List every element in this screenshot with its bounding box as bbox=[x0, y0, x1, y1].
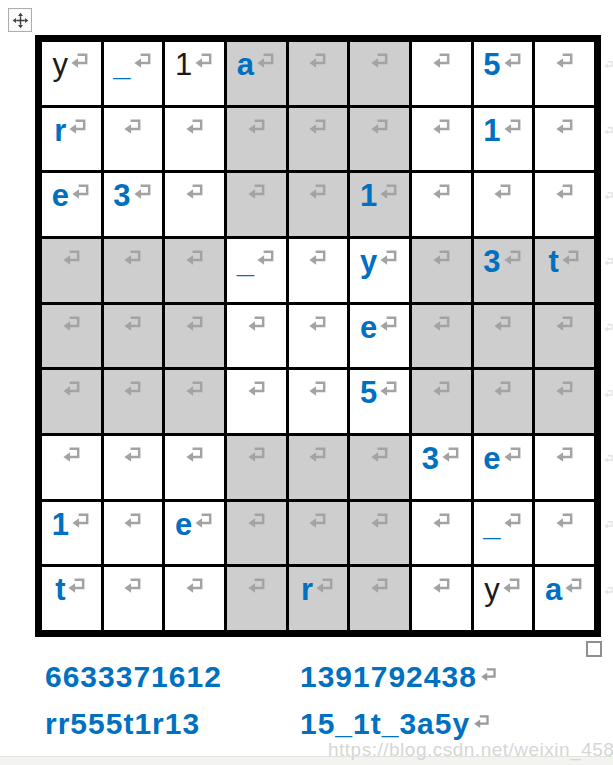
grid-cell-r1c5[interactable] bbox=[289, 42, 348, 105]
grid-cell-r1c8[interactable]: 5 bbox=[474, 42, 533, 105]
grid-cell-r3c7[interactable] bbox=[412, 173, 471, 236]
return-mark-icon bbox=[61, 248, 82, 268]
end-of-row-mark-icon bbox=[603, 126, 613, 136]
end-of-row-mark-icon bbox=[603, 323, 613, 333]
end-of-row-mark-icon bbox=[603, 191, 613, 201]
grid-cell-r6c8[interactable] bbox=[474, 370, 533, 433]
cell-char: _ bbox=[483, 508, 500, 542]
clue-lines: 6633371612 1391792438 rr555t1r13 15_1t_3… bbox=[45, 660, 498, 754]
return-mark-icon bbox=[246, 379, 267, 399]
clue-line-2: rr555t1r13 15_1t_3a5y bbox=[45, 707, 498, 754]
grid-cell-r6c5[interactable] bbox=[289, 370, 348, 433]
table-move-handle[interactable] bbox=[8, 8, 32, 32]
grid-cell-r6c4[interactable] bbox=[227, 370, 286, 433]
return-mark-icon bbox=[502, 248, 523, 268]
return-mark-icon bbox=[246, 445, 267, 465]
return-mark-icon bbox=[554, 51, 575, 71]
return-mark-icon bbox=[560, 248, 581, 268]
grid-cell-r2c4[interactable] bbox=[227, 108, 286, 171]
sudoku-board: y_1a5r1e31_y3te53e1e_trya bbox=[35, 35, 601, 637]
grid-cell-r2c5[interactable] bbox=[289, 108, 348, 171]
cell-char: e bbox=[483, 442, 500, 476]
cell-char: _ bbox=[113, 48, 130, 82]
grid-cell-r4c6[interactable]: y bbox=[350, 239, 409, 302]
grid-cell-r3c9[interactable] bbox=[535, 173, 594, 236]
return-mark-icon bbox=[502, 117, 523, 137]
return-mark-icon bbox=[492, 379, 513, 399]
grid-cell-r7c6[interactable] bbox=[350, 436, 409, 499]
cell-char: 1 bbox=[360, 179, 377, 213]
cell-char: 3 bbox=[113, 179, 130, 213]
return-mark-icon bbox=[307, 445, 328, 465]
return-mark-icon bbox=[255, 51, 276, 71]
grid-cell-r5c9[interactable] bbox=[535, 305, 594, 368]
return-mark-icon bbox=[70, 182, 91, 202]
grid-cell-r1c4[interactable]: a bbox=[227, 42, 286, 105]
return-mark-icon bbox=[307, 379, 328, 399]
end-of-row-mark-icon bbox=[603, 389, 613, 399]
cell-char: a bbox=[545, 573, 562, 607]
return-mark-icon bbox=[492, 182, 513, 202]
return-mark-icon bbox=[122, 445, 143, 465]
return-mark-icon bbox=[184, 314, 205, 334]
cell-char: 5 bbox=[360, 376, 377, 410]
grid-cell-r1c1[interactable]: y bbox=[42, 42, 101, 105]
return-mark-icon bbox=[431, 182, 452, 202]
grid-cell-r7c2[interactable] bbox=[104, 436, 163, 499]
grid-cell-r3c6[interactable]: 1 bbox=[350, 173, 409, 236]
cell-char: 5 bbox=[483, 48, 500, 82]
cell-char: y bbox=[484, 573, 500, 607]
return-mark-icon bbox=[501, 576, 522, 596]
grid-cell-r5c3[interactable] bbox=[165, 305, 224, 368]
grid-cell-r9c6[interactable] bbox=[350, 567, 409, 630]
return-mark-icon bbox=[369, 511, 390, 531]
grid-cell-r2c1[interactable]: r bbox=[42, 108, 101, 171]
grid-cell-r1c9[interactable] bbox=[535, 42, 594, 105]
grid-cell-r7c1[interactable] bbox=[42, 436, 101, 499]
grid-cell-r7c5[interactable] bbox=[289, 436, 348, 499]
return-mark-icon bbox=[61, 314, 82, 334]
return-mark-icon bbox=[246, 117, 267, 137]
return-mark-icon bbox=[554, 314, 575, 334]
grid-cell-r6c6[interactable]: 5 bbox=[350, 370, 409, 433]
return-mark-icon bbox=[492, 314, 513, 334]
grid-cell-r5c5[interactable] bbox=[289, 305, 348, 368]
return-mark-icon bbox=[369, 445, 390, 465]
grid-cell-r4c7[interactable] bbox=[412, 239, 471, 302]
return-mark-icon bbox=[307, 511, 328, 531]
cell-char: y bbox=[53, 48, 69, 82]
grid-cell-r1c2[interactable]: _ bbox=[104, 42, 163, 105]
return-mark-icon bbox=[184, 445, 205, 465]
return-mark-icon bbox=[307, 51, 328, 71]
grid-cell-r7c3[interactable] bbox=[165, 436, 224, 499]
return-mark-icon bbox=[369, 51, 390, 71]
return-mark-icon bbox=[184, 248, 205, 268]
clue-1-right[interactable]: 1391792438 bbox=[300, 660, 477, 694]
grid-cell-r5c7[interactable] bbox=[412, 305, 471, 368]
cell-char: 3 bbox=[422, 442, 439, 476]
return-mark-icon bbox=[431, 51, 452, 71]
cell-char: e bbox=[360, 311, 377, 345]
cell-char: 1 bbox=[52, 508, 69, 542]
grid-cell-r2c2[interactable] bbox=[104, 108, 163, 171]
cell-char: r bbox=[54, 114, 66, 148]
table-resize-handle[interactable] bbox=[586, 641, 602, 657]
grid-cell-r4c3[interactable] bbox=[165, 239, 224, 302]
grid-cell-r8c2[interactable] bbox=[104, 502, 163, 565]
grid-cell-r5c1[interactable] bbox=[42, 305, 101, 368]
return-mark-icon bbox=[554, 445, 575, 465]
grid-cell-r4c9[interactable]: t bbox=[535, 239, 594, 302]
return-mark-icon bbox=[314, 576, 335, 596]
grid-cell-r8c6[interactable] bbox=[350, 502, 409, 565]
grid-cell-r8c8[interactable]: _ bbox=[474, 502, 533, 565]
return-mark-icon bbox=[502, 445, 523, 465]
grid-cell-r3c8[interactable] bbox=[474, 173, 533, 236]
return-mark-icon bbox=[122, 117, 143, 137]
return-mark-icon bbox=[246, 576, 267, 596]
return-mark-icon bbox=[122, 248, 143, 268]
return-mark-icon bbox=[378, 314, 399, 334]
return-mark-icon bbox=[66, 576, 87, 596]
grid-cell-r6c9[interactable] bbox=[535, 370, 594, 433]
return-mark-icon bbox=[554, 182, 575, 202]
end-of-row-mark-icon bbox=[603, 454, 613, 464]
grid-cell-r8c4[interactable] bbox=[227, 502, 286, 565]
return-mark-icon bbox=[502, 511, 523, 531]
return-mark-icon bbox=[554, 379, 575, 399]
return-mark-icon bbox=[246, 314, 267, 334]
cell-char: t bbox=[549, 245, 559, 279]
clue-2-right[interactable]: 15_1t_3a5y bbox=[300, 707, 470, 741]
grid-cell-r9c4[interactable] bbox=[227, 567, 286, 630]
return-mark-icon bbox=[554, 117, 575, 137]
return-mark-icon bbox=[122, 314, 143, 334]
grid-cell-r4c2[interactable] bbox=[104, 239, 163, 302]
grid-cell-r7c9[interactable] bbox=[535, 436, 594, 499]
return-mark-icon bbox=[369, 576, 390, 596]
return-mark-icon bbox=[193, 511, 214, 531]
grid-cell-r2c6[interactable] bbox=[350, 108, 409, 171]
grid-cell-r7c7[interactable]: 3 bbox=[412, 436, 471, 499]
clue-1-left[interactable]: 6633371612 bbox=[45, 660, 300, 694]
cell-char: r bbox=[301, 573, 313, 607]
cell-char: 1 bbox=[483, 114, 500, 148]
grid-cell-r9c7[interactable] bbox=[412, 567, 471, 630]
return-mark-icon bbox=[184, 576, 205, 596]
return-mark-icon bbox=[554, 511, 575, 531]
grid-cell-r2c3[interactable] bbox=[165, 108, 224, 171]
return-mark-icon bbox=[472, 713, 491, 731]
return-mark-icon bbox=[378, 248, 399, 268]
return-mark-icon bbox=[70, 511, 91, 531]
cell-char: 1 bbox=[175, 48, 192, 82]
grid-cell-r6c1[interactable] bbox=[42, 370, 101, 433]
return-mark-icon bbox=[184, 182, 205, 202]
grid-cell-r8c9[interactable] bbox=[535, 502, 594, 565]
grid-cell-r3c2[interactable]: 3 bbox=[104, 173, 163, 236]
grid-cell-r6c3[interactable] bbox=[165, 370, 224, 433]
grid-cell-r8c5[interactable] bbox=[289, 502, 348, 565]
cell-char: e bbox=[52, 179, 69, 213]
return-mark-icon bbox=[246, 182, 267, 202]
return-mark-icon bbox=[431, 314, 452, 334]
return-mark-icon bbox=[431, 379, 452, 399]
end-of-row-mark-icon bbox=[603, 257, 613, 267]
grid-cell-r2c8[interactable]: 1 bbox=[474, 108, 533, 171]
return-mark-icon bbox=[431, 576, 452, 596]
cell-char: t bbox=[55, 573, 65, 607]
return-mark-icon bbox=[61, 445, 82, 465]
grid-cell-r3c5[interactable] bbox=[289, 173, 348, 236]
grid-cell-r9c1[interactable]: t bbox=[42, 567, 101, 630]
cell-char: 3 bbox=[483, 245, 500, 279]
grid-cell-r9c2[interactable] bbox=[104, 567, 163, 630]
grid-cell-r1c7[interactable] bbox=[412, 42, 471, 105]
grid-cell-r7c4[interactable] bbox=[227, 436, 286, 499]
return-mark-icon bbox=[369, 117, 390, 137]
grid-cell-r3c4[interactable] bbox=[227, 173, 286, 236]
grid-cell-r3c1[interactable]: e bbox=[42, 173, 101, 236]
return-mark-icon bbox=[132, 51, 153, 71]
return-mark-icon bbox=[378, 182, 399, 202]
grid-cell-r9c8[interactable]: y bbox=[474, 567, 533, 630]
end-of-row-mark-icon bbox=[603, 60, 613, 70]
return-mark-icon bbox=[184, 379, 205, 399]
grid-cell-r8c3[interactable]: e bbox=[165, 502, 224, 565]
grid-cell-r9c9[interactable]: a bbox=[535, 567, 594, 630]
document-page: y_1a5r1e31_y3te53e1e_trya 6633371612 139… bbox=[0, 0, 613, 765]
return-mark-icon bbox=[307, 314, 328, 334]
grid-cell-r4c8[interactable]: 3 bbox=[474, 239, 533, 302]
grid-cell-r4c5[interactable] bbox=[289, 239, 348, 302]
clue-2-left[interactable]: rr555t1r13 bbox=[45, 707, 300, 741]
return-mark-icon bbox=[502, 51, 523, 71]
cell-char: y bbox=[360, 245, 377, 279]
return-mark-icon bbox=[61, 379, 82, 399]
grid-cell-r4c4[interactable]: _ bbox=[227, 239, 286, 302]
return-mark-icon bbox=[307, 248, 328, 268]
end-of-row-mark-icon bbox=[603, 586, 613, 596]
grid-cell-r6c7[interactable] bbox=[412, 370, 471, 433]
end-of-row-mark-icon bbox=[603, 520, 613, 530]
cell-char: a bbox=[237, 48, 254, 82]
grid-cell-r1c6[interactable] bbox=[350, 42, 409, 105]
return-mark-icon bbox=[307, 117, 328, 137]
return-mark-icon bbox=[184, 117, 205, 137]
return-mark-icon bbox=[122, 379, 143, 399]
return-mark-icon bbox=[246, 511, 267, 531]
grid-cell-r1c3[interactable]: 1 bbox=[165, 42, 224, 105]
grid-cell-r9c5[interactable]: r bbox=[289, 567, 348, 630]
return-mark-icon bbox=[69, 51, 90, 71]
return-mark-icon bbox=[378, 379, 399, 399]
grid-cell-r2c9[interactable] bbox=[535, 108, 594, 171]
return-mark-icon bbox=[431, 248, 452, 268]
grid-cell-r7c8[interactable]: e bbox=[474, 436, 533, 499]
return-mark-icon bbox=[193, 51, 214, 71]
return-mark-icon bbox=[67, 117, 88, 137]
return-mark-icon bbox=[307, 182, 328, 202]
grid-cell-r9c3[interactable] bbox=[165, 567, 224, 630]
grid-cell-r8c1[interactable]: 1 bbox=[42, 502, 101, 565]
return-mark-icon bbox=[479, 666, 498, 684]
grid-cell-r8c7[interactable] bbox=[412, 502, 471, 565]
return-mark-icon bbox=[255, 248, 276, 268]
return-mark-icon bbox=[563, 576, 584, 596]
return-mark-icon bbox=[122, 576, 143, 596]
cell-char: e bbox=[175, 508, 192, 542]
return-mark-icon bbox=[440, 445, 461, 465]
grid-cell-r6c2[interactable] bbox=[104, 370, 163, 433]
return-mark-icon bbox=[122, 511, 143, 531]
grid-cell-r5c4[interactable] bbox=[227, 305, 286, 368]
grid-cell-r4c1[interactable] bbox=[42, 239, 101, 302]
return-mark-icon bbox=[431, 511, 452, 531]
grid-cell-r2c7[interactable] bbox=[412, 108, 471, 171]
move-icon bbox=[12, 12, 29, 29]
cell-char: _ bbox=[237, 245, 254, 279]
return-mark-icon bbox=[132, 182, 153, 202]
clue-line-1: 6633371612 1391792438 bbox=[45, 660, 498, 707]
grid-cell-r5c2[interactable] bbox=[104, 305, 163, 368]
grid-cell-r5c8[interactable] bbox=[474, 305, 533, 368]
grid-cell-r3c3[interactable] bbox=[165, 173, 224, 236]
return-mark-icon bbox=[431, 117, 452, 137]
grid-cell-r5c6[interactable]: e bbox=[350, 305, 409, 368]
